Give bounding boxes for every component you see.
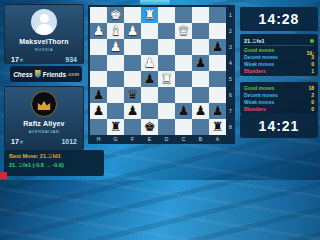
player-level: 17★ xyxy=(11,56,24,63)
board-square-d6[interactable] xyxy=(158,87,175,103)
board-square-c6[interactable] xyxy=(175,87,192,103)
white-bishop-g2[interactable]: ♝ xyxy=(110,23,122,39)
board-square-a1[interactable] xyxy=(209,7,226,23)
board-square-c2[interactable]: ♛ xyxy=(175,23,192,39)
board-square-b3[interactable] xyxy=(192,39,209,55)
white-queen-c2[interactable]: ♛ xyxy=(178,23,190,39)
board-square-g6[interactable] xyxy=(107,87,124,103)
chessfriends-logo[interactable]: Chess Friends .com xyxy=(10,66,82,82)
file-label-a: A xyxy=(209,135,226,144)
board-square-a8[interactable]: ♜ xyxy=(209,119,226,135)
player-rating: 1012 xyxy=(61,138,77,145)
board-square-g1[interactable]: ♚ xyxy=(107,7,124,23)
stat-value: 18 xyxy=(308,85,314,91)
stat-label: Weak moves xyxy=(244,61,274,67)
board-square-f7[interactable]: ♟ xyxy=(124,103,141,119)
star-icon: ★ xyxy=(19,139,24,145)
black-king-e8[interactable]: ♚ xyxy=(144,119,156,135)
white-rook-e1[interactable]: ♜ xyxy=(144,7,156,23)
board-square-d7[interactable] xyxy=(158,103,175,119)
board-square-c1[interactable] xyxy=(175,7,192,23)
rank-label-3: 3 xyxy=(226,39,235,55)
stat-label: Weak moves xyxy=(244,99,274,105)
board-square-a6[interactable] xyxy=(209,87,226,103)
board-square-e3[interactable] xyxy=(141,39,158,55)
stats-panel-white: 21.♖fe1 Good moves19↑ Decent moves3 Weak… xyxy=(240,34,318,76)
white-rook-d5[interactable]: ♜ xyxy=(161,71,173,87)
board-square-e2[interactable] xyxy=(141,23,158,39)
white-pawn-e4[interactable]: ♟ xyxy=(144,55,156,71)
board-square-e6[interactable] xyxy=(141,87,158,103)
stat-label: Decent moves xyxy=(244,92,278,98)
board-square-h7[interactable]: ♟ xyxy=(90,103,107,119)
board-square-e7[interactable] xyxy=(141,103,158,119)
black-pawn-h7[interactable]: ♟ xyxy=(93,103,105,119)
white-king-g1[interactable]: ♚ xyxy=(110,7,122,23)
white-pawn-g3[interactable]: ♟ xyxy=(110,39,122,55)
board-square-g8[interactable]: ♜ xyxy=(107,119,124,135)
clock-white: 14:28 xyxy=(240,7,318,31)
file-labels: HGFEDCBA xyxy=(90,135,226,144)
board-square-h3[interactable] xyxy=(90,39,107,55)
board-square-b8[interactable] xyxy=(192,119,209,135)
board-square-d5[interactable]: ♜ xyxy=(158,71,175,87)
board-square-h8[interactable] xyxy=(90,119,107,135)
board-square-h5[interactable] xyxy=(90,71,107,87)
rank-label-2: 2 xyxy=(226,23,235,39)
file-label-h: H xyxy=(90,135,107,144)
best-move-box: Best Move: 21.♖fd1 21. ♖fe1 (-0.8 → -0.9… xyxy=(4,150,104,176)
board-square-a2[interactable] xyxy=(209,23,226,39)
board-square-g2[interactable]: ♝ xyxy=(107,23,124,39)
board-square-c3[interactable] xyxy=(175,39,192,55)
file-label-b: B xyxy=(192,135,209,144)
shield-icon xyxy=(35,70,41,78)
file-label-e: E xyxy=(141,135,158,144)
rank-label-7: 7 xyxy=(226,103,235,119)
black-rook-a8[interactable]: ♜ xyxy=(212,119,224,135)
board-square-f3[interactable] xyxy=(124,39,141,55)
board-square-e5[interactable]: ♟ xyxy=(141,71,158,87)
stat-value: 0 xyxy=(311,99,314,105)
person-icon-body xyxy=(36,24,53,35)
best-move-text: Best Move: 21.♖fd1 xyxy=(9,153,99,159)
board-square-g4[interactable] xyxy=(107,55,124,71)
player-name: Rafiz Aliyev xyxy=(5,120,83,127)
stat-label: Blunders xyxy=(244,106,266,112)
board-square-c8[interactable] xyxy=(175,119,192,135)
file-label-d: D xyxy=(158,135,175,144)
board-square-d8[interactable] xyxy=(158,119,175,135)
stat-value: 3 xyxy=(311,54,314,60)
rank-label-4: 4 xyxy=(226,55,235,71)
file-label-f: F xyxy=(124,135,141,144)
crown-icon xyxy=(37,100,51,110)
black-queen-f6[interactable]: ♛ xyxy=(127,87,139,103)
board-square-a7[interactable]: ♟ xyxy=(209,103,226,119)
stat-value: 0 xyxy=(311,61,314,67)
board-square-f2[interactable]: ♟ xyxy=(124,23,141,39)
board-square-a4[interactable] xyxy=(209,55,226,71)
board-square-g7[interactable] xyxy=(107,103,124,119)
board-square-c5[interactable] xyxy=(175,71,192,87)
person-icon xyxy=(40,14,49,23)
file-label-g: G xyxy=(107,135,124,144)
black-pawn-b4[interactable]: ♟ xyxy=(195,55,207,71)
player-name: MaksvelThorn xyxy=(5,38,83,45)
black-pawn-e5[interactable]: ♟ xyxy=(144,71,156,87)
board-square-h6[interactable]: ♟ xyxy=(90,87,107,103)
board-square-b6[interactable] xyxy=(192,87,209,103)
board-square-f1[interactable] xyxy=(124,7,141,23)
rank-label-5: 5 xyxy=(226,71,235,87)
player-card-bottom[interactable]: Rafiz Aliyev AZERBAIJAN 17★ 1012 xyxy=(4,86,84,150)
rank-label-1: 1 xyxy=(226,7,235,23)
clock-black: 14:21 xyxy=(240,114,318,138)
board-square-c4[interactable] xyxy=(175,55,192,71)
player-country: AZERBAIJAN xyxy=(5,129,83,134)
board-square-d3[interactable] xyxy=(158,39,175,55)
rank-label-8: 8 xyxy=(226,119,235,135)
played-move-eval-text: 21. ♖fe1 (-0.8 → -0.9) xyxy=(9,162,99,168)
board-square-d4[interactable] xyxy=(158,55,175,71)
board-square-d2[interactable] xyxy=(158,23,175,39)
board-square-b7[interactable]: ♟ xyxy=(192,103,209,119)
stats-panel-black: Good moves18 Decent moves2 Weak moves0 B… xyxy=(240,82,318,114)
stat-value: 1 xyxy=(311,68,314,74)
stat-value: 0 xyxy=(311,106,314,112)
last-move-label: 21.♖fe1 xyxy=(244,38,265,44)
file-label-c: C xyxy=(175,135,192,144)
black-rook-g8[interactable]: ♜ xyxy=(110,119,122,135)
player-rating: 934 xyxy=(65,56,77,63)
board-square-b2[interactable] xyxy=(192,23,209,39)
board-square-h2[interactable]: ♟ xyxy=(90,23,107,39)
board-square-a3[interactable]: ♟ xyxy=(209,39,226,55)
corner-red-badge xyxy=(0,172,7,179)
black-pawn-b7[interactable]: ♟ xyxy=(195,103,207,119)
black-pawn-f7[interactable]: ♟ xyxy=(127,103,139,119)
board-square-h1[interactable] xyxy=(90,7,107,23)
board-square-g5[interactable] xyxy=(107,71,124,87)
chess-board: ChessFriends.com ♚♜♟♝♟♛♟♟♟♟♟♜♟♛♟♟♟♟♟♜♚♜ … xyxy=(88,5,235,144)
black-pawn-h6[interactable]: ♟ xyxy=(93,87,105,103)
stat-label: Blunders xyxy=(244,68,266,74)
black-pawn-a7[interactable]: ♟ xyxy=(212,103,224,119)
stat-label: Good moves xyxy=(244,47,274,53)
rank-labels: 12345678 xyxy=(226,7,235,135)
board-square-a5[interactable] xyxy=(209,71,226,87)
avatar-black-king xyxy=(31,91,57,117)
black-pawn-c7[interactable]: ♟ xyxy=(178,103,190,119)
logo-text-friends: Friends xyxy=(43,71,66,78)
stat-label: Good moves xyxy=(244,85,274,91)
board-square-c7[interactable]: ♟ xyxy=(175,103,192,119)
board-square-b4[interactable]: ♟ xyxy=(192,55,209,71)
logo-text-chess: Chess xyxy=(13,71,33,78)
board-square-h4[interactable] xyxy=(90,55,107,71)
board-square-b1[interactable] xyxy=(192,7,209,23)
board-grid: ChessFriends.com ♚♜♟♝♟♛♟♟♟♟♟♜♟♛♟♟♟♟♟♜♚♜ xyxy=(90,7,226,135)
stat-value: 2 xyxy=(311,92,314,98)
player-level: 17★ xyxy=(11,138,24,145)
logo-text-com: .com xyxy=(67,71,79,77)
board-square-f4[interactable] xyxy=(124,55,141,71)
board-square-e4[interactable]: ♟ xyxy=(141,55,158,71)
board-square-e8[interactable]: ♚ xyxy=(141,119,158,135)
board-square-e1[interactable]: ♜ xyxy=(141,7,158,23)
board-square-d1[interactable] xyxy=(158,7,175,23)
board-square-f6[interactable]: ♛ xyxy=(124,87,141,103)
board-square-f8[interactable] xyxy=(124,119,141,135)
board-square-b5[interactable] xyxy=(192,71,209,87)
rank-label-6: 6 xyxy=(226,87,235,103)
white-pawn-f2[interactable]: ♟ xyxy=(127,23,139,39)
player-country: RUSSIA xyxy=(5,47,83,52)
stat-label: Decent moves xyxy=(244,54,278,60)
white-pawn-h2[interactable]: ♟ xyxy=(93,23,105,39)
player-card-top[interactable]: MaksvelThorn RUSSIA 17★ 934 xyxy=(4,4,84,64)
black-pawn-a3[interactable]: ♟ xyxy=(212,39,224,55)
avatar xyxy=(31,9,57,35)
app-background: { "game": "chess", "position": "r3k1r1/p… xyxy=(0,0,320,180)
star-icon: ★ xyxy=(19,57,24,63)
board-square-g3[interactable]: ♟ xyxy=(107,39,124,55)
board-square-f5[interactable] xyxy=(124,71,141,87)
